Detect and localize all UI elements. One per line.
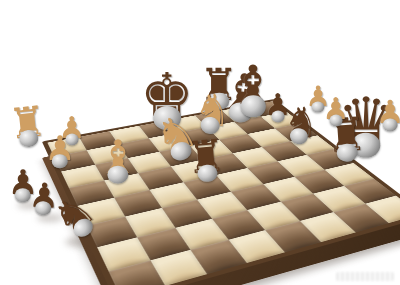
light-pawn[interactable]: ♟: [323, 95, 350, 127]
cast-shadow: [190, 249, 310, 263]
metal-base: [52, 154, 68, 168]
board-square[interactable]: [162, 200, 212, 228]
chess-product-photo: ♚♜♝♝♟♞♛♜♜♞♟♟♜♟♟♝♞♞♟♟♟: [0, 0, 400, 285]
board-square[interactable]: [247, 161, 294, 184]
light-bishop[interactable]: ♝: [97, 136, 138, 184]
board-square[interactable]: [197, 192, 247, 219]
board-square[interactable]: [300, 212, 356, 242]
light-pawn[interactable]: ♟: [376, 97, 400, 131]
board-square[interactable]: [125, 208, 175, 237]
board-square[interactable]: [365, 196, 400, 224]
board-square[interactable]: [295, 170, 345, 194]
light-knight[interactable]: ♞: [190, 87, 235, 137]
dark-pawn[interactable]: ♟: [28, 179, 60, 216]
board-square[interactable]: [233, 147, 278, 168]
board-square[interactable]: [263, 177, 313, 202]
light-rook[interactable]: ♜: [7, 101, 49, 149]
board-square[interactable]: [137, 228, 190, 261]
watermark: [336, 272, 394, 281]
board-square[interactable]: [281, 194, 334, 221]
board-square[interactable]: [212, 210, 265, 240]
board-square[interactable]: [149, 182, 197, 208]
board-square[interactable]: [109, 260, 166, 285]
board-square[interactable]: [344, 179, 396, 204]
board-square[interactable]: [114, 190, 162, 217]
board-square[interactable]: [231, 184, 281, 210]
board-square[interactable]: [325, 163, 374, 186]
board-square[interactable]: [265, 221, 321, 252]
board-square[interactable]: [278, 155, 325, 177]
board-square[interactable]: [247, 202, 300, 230]
board-square[interactable]: [313, 186, 365, 212]
board-square[interactable]: [175, 219, 228, 250]
metal-base: [329, 114, 343, 126]
board-square[interactable]: [333, 204, 388, 233]
light-pawn[interactable]: ♟: [45, 132, 75, 168]
board-square[interactable]: [138, 166, 183, 189]
metal-base: [271, 110, 285, 122]
metal-base: [241, 95, 266, 117]
metal-base: [383, 118, 398, 131]
